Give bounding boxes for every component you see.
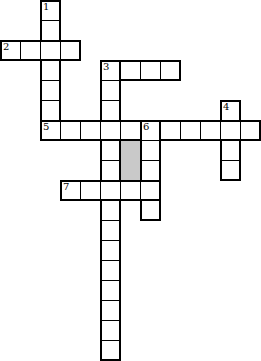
cell-r3c2[interactable] bbox=[41, 61, 61, 81]
cell-r10c7[interactable] bbox=[141, 201, 161, 221]
cell-r6c7[interactable] bbox=[141, 121, 161, 141]
cell-r8c7[interactable] bbox=[141, 161, 161, 181]
cell-r6c5[interactable] bbox=[101, 121, 121, 141]
cell-r5c11[interactable] bbox=[221, 101, 241, 121]
cell-r3c8[interactable] bbox=[161, 61, 181, 81]
cell-r7c6[interactable] bbox=[121, 141, 141, 161]
cell-r6c4[interactable] bbox=[81, 121, 101, 141]
cell-r8c6[interactable] bbox=[121, 161, 141, 181]
cell-r6c2[interactable] bbox=[41, 121, 61, 141]
cell-r15c5[interactable] bbox=[101, 301, 121, 321]
cell-r3c7[interactable] bbox=[141, 61, 161, 81]
cell-r4c2[interactable] bbox=[41, 81, 61, 101]
cell-r2c2[interactable] bbox=[41, 41, 61, 61]
cell-r5c5[interactable] bbox=[101, 101, 121, 121]
cell-r6c6[interactable] bbox=[121, 121, 141, 141]
cell-r4c5[interactable] bbox=[101, 81, 121, 101]
cell-r6c10[interactable] bbox=[201, 121, 221, 141]
cell-r2c1[interactable] bbox=[21, 41, 41, 61]
cell-r6c12[interactable] bbox=[241, 121, 261, 141]
cell-r2c3[interactable] bbox=[61, 41, 81, 61]
cell-r3c6[interactable] bbox=[121, 61, 141, 81]
cell-r6c9[interactable] bbox=[181, 121, 201, 141]
cell-r9c4[interactable] bbox=[81, 181, 101, 201]
cell-r8c5[interactable] bbox=[101, 161, 121, 181]
cell-r5c2[interactable] bbox=[41, 101, 61, 121]
cell-r7c7[interactable] bbox=[141, 141, 161, 161]
cell-r9c3[interactable] bbox=[61, 181, 81, 201]
cell-r9c7[interactable] bbox=[141, 181, 161, 201]
cell-r11c5[interactable] bbox=[101, 221, 121, 241]
cell-r16c5[interactable] bbox=[101, 321, 121, 341]
cell-r6c11[interactable] bbox=[221, 121, 241, 141]
cell-r12c5[interactable] bbox=[101, 241, 121, 261]
cell-r14c5[interactable] bbox=[101, 281, 121, 301]
cell-r0c2[interactable] bbox=[41, 1, 61, 21]
cell-r9c6[interactable] bbox=[121, 181, 141, 201]
cell-r10c5[interactable] bbox=[101, 201, 121, 221]
cell-r17c5[interactable] bbox=[101, 341, 121, 361]
cell-r8c11[interactable] bbox=[221, 161, 241, 181]
cell-r7c11[interactable] bbox=[221, 141, 241, 161]
cell-r13c5[interactable] bbox=[101, 261, 121, 281]
cell-r7c5[interactable] bbox=[101, 141, 121, 161]
cell-r6c3[interactable] bbox=[61, 121, 81, 141]
cell-r3c5[interactable] bbox=[101, 61, 121, 81]
cell-r6c8[interactable] bbox=[161, 121, 181, 141]
cell-r9c5[interactable] bbox=[101, 181, 121, 201]
cell-r2c0[interactable] bbox=[1, 41, 21, 61]
crossword-board: 1234567 bbox=[0, 0, 261, 361]
cell-r1c2[interactable] bbox=[41, 21, 61, 41]
